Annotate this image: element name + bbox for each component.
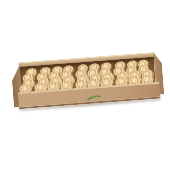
baklava-tray <box>16 52 161 108</box>
green-stamp-logo <box>86 93 103 102</box>
photo-canvas <box>0 0 170 170</box>
